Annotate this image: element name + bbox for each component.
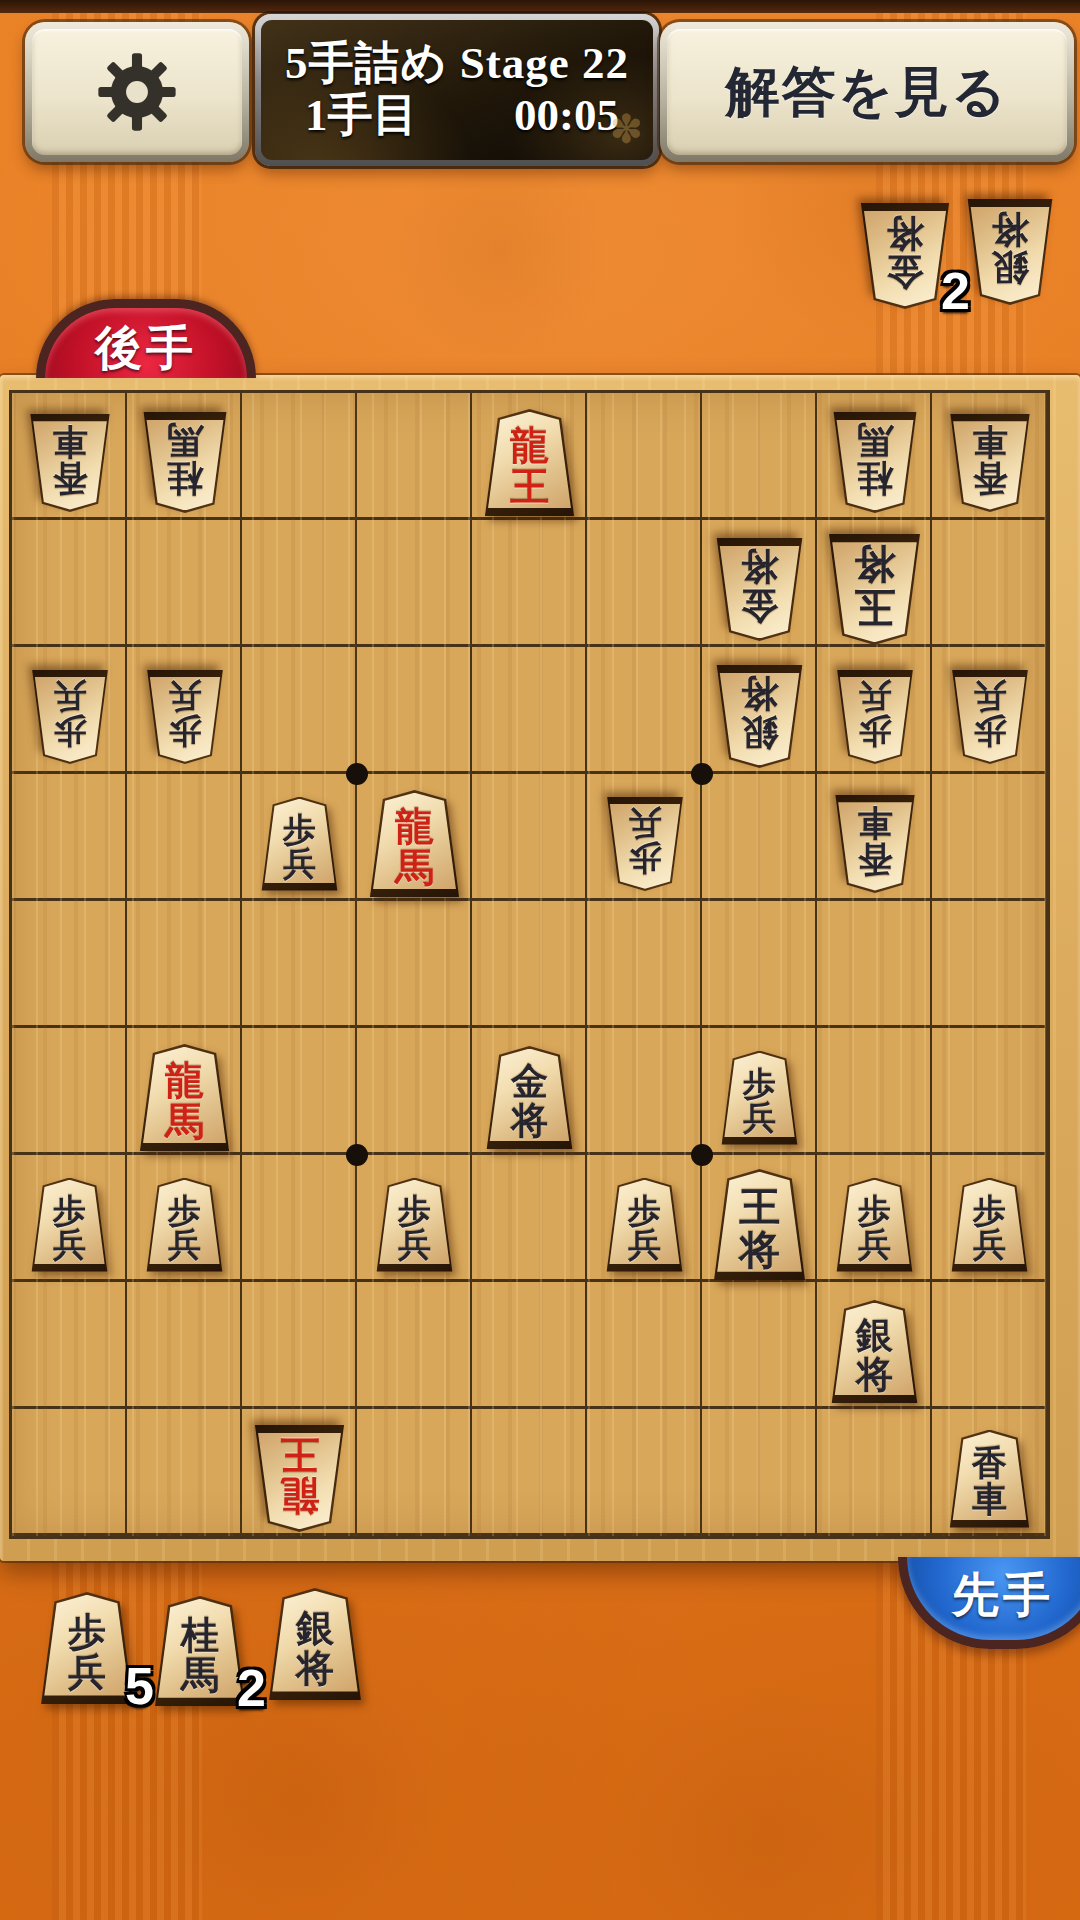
sente-badge-label: 先手	[952, 1564, 1054, 1627]
captured-count: 2	[237, 1658, 266, 1718]
piece-sente-pawn-47[interactable]: 歩兵	[603, 1178, 687, 1272]
piece-sente-knight[interactable]: 桂馬	[150, 1596, 250, 1706]
gote-badge-label: 後手	[95, 317, 197, 380]
piece-gote-lance-91[interactable]: 香車	[26, 414, 114, 512]
view-answer-button[interactable]: 解答を見る	[660, 22, 1074, 162]
piece-sente-lance-19[interactable]: 香車	[946, 1430, 1034, 1528]
piece-gote-lance-11[interactable]: 香車	[946, 414, 1034, 512]
tray-slot-silver: 銀将	[963, 199, 1057, 305]
piece-gote-silver[interactable]: 銀将	[963, 199, 1057, 305]
piece-gote-knight-81[interactable]: 桂馬	[139, 412, 231, 513]
piece-gote-pawn-93[interactable]: 歩兵	[28, 670, 112, 764]
piece-sente-horse-64[interactable]: 龍馬	[365, 790, 464, 897]
piece-sente-king-37[interactable]: 王将	[709, 1169, 810, 1280]
settings-button[interactable]	[25, 22, 249, 162]
piece-gote-lance-24[interactable]: 香車	[831, 795, 919, 893]
pieces-layer: 香車桂馬龍王桂馬香車金将玉将歩兵歩兵銀将歩兵歩兵歩兵龍馬歩兵香車龍馬金将歩兵歩兵…	[12, 393, 1047, 1536]
piece-gote-gold-32[interactable]: 金将	[712, 538, 807, 641]
piece-gote-pawn-13[interactable]: 歩兵	[948, 670, 1032, 764]
top-strip	[0, 0, 1080, 13]
piece-sente-pawn[interactable]: 歩兵	[36, 1592, 138, 1704]
piece-sente-dragon-51[interactable]: 龍王	[480, 409, 579, 516]
piece-sente-horse-86[interactable]: 龍馬	[135, 1044, 234, 1151]
piece-sente-pawn-87[interactable]: 歩兵	[143, 1178, 227, 1272]
board-grid: 香車桂馬龍王桂馬香車金将玉将歩兵歩兵銀将歩兵歩兵歩兵龍馬歩兵香車龍馬金将歩兵歩兵…	[9, 390, 1050, 1539]
piece-sente-pawn-74[interactable]: 歩兵	[258, 797, 342, 891]
piece-gote-dragon-79[interactable]: 龍王	[250, 1425, 349, 1532]
piece-sente-silver-28[interactable]: 銀将	[827, 1300, 922, 1403]
piece-sente-pawn-27[interactable]: 歩兵	[833, 1178, 917, 1272]
piece-gote-knight-21[interactable]: 桂馬	[829, 412, 921, 513]
piece-sente-pawn-17[interactable]: 歩兵	[948, 1178, 1032, 1272]
piece-gote-pawn-83[interactable]: 歩兵	[143, 670, 227, 764]
piece-sente-gold-56[interactable]: 金将	[482, 1046, 577, 1149]
view-answer-label: 解答を見る	[726, 56, 1009, 129]
stage-info-panel: 5手詰め Stage 22 1手目 00:05 ✽	[255, 14, 659, 166]
piece-gote-gold[interactable]: 金将	[856, 203, 954, 309]
piece-gote-silver-33[interactable]: 銀将	[712, 665, 807, 768]
piece-sente-pawn-97[interactable]: 歩兵	[28, 1178, 112, 1272]
stage-title: 5手詰め Stage 22	[261, 38, 653, 90]
piece-sente-pawn-67[interactable]: 歩兵	[373, 1178, 457, 1272]
gear-icon	[95, 50, 179, 134]
app-screen: 5手詰め Stage 22 1手目 00:05 ✽ 解答を見る 後手 香車桂馬龍…	[0, 0, 1080, 1920]
tray-slot-gold: 金将2	[856, 203, 954, 309]
piece-gote-king-22[interactable]: 玉将	[824, 534, 925, 645]
move-counter: 1手目	[305, 90, 418, 142]
shogi-board[interactable]: 香車桂馬龍王桂馬香車金将玉将歩兵歩兵銀将歩兵歩兵歩兵龍馬歩兵香車龍馬金将歩兵歩兵…	[0, 375, 1080, 1561]
tray-slot-knight: 桂馬2	[150, 1596, 250, 1706]
piece-gote-pawn-44[interactable]: 歩兵	[603, 797, 687, 891]
piece-gote-pawn-23[interactable]: 歩兵	[833, 670, 917, 764]
piece-sente-silver[interactable]: 銀将	[264, 1588, 366, 1700]
tray-slot-silver: 銀将	[264, 1588, 366, 1700]
piece-sente-pawn-36[interactable]: 歩兵	[718, 1051, 802, 1145]
flower-ornament: ✽	[609, 106, 643, 152]
tray-slot-pawn: 歩兵5	[36, 1592, 138, 1704]
timer: 00:05	[514, 90, 619, 142]
